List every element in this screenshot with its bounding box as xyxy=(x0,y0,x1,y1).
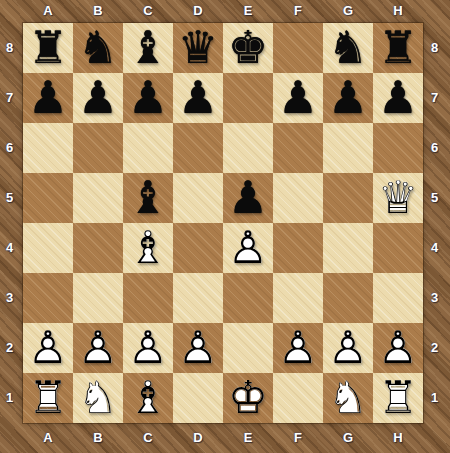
square-c7[interactable]: ♟ xyxy=(123,73,173,123)
file-label-top-d: D xyxy=(173,3,223,18)
square-g7[interactable]: ♟ xyxy=(323,73,373,123)
white-bishop-outline: ♗ xyxy=(123,373,173,423)
square-h1[interactable]: ♜♖ xyxy=(373,373,423,423)
rank-label-right-7: 7 xyxy=(424,73,445,123)
white-pawn-g2[interactable]: ♟♙ xyxy=(323,323,373,373)
file-label-bottom-e: E xyxy=(223,430,273,445)
white-rook-h1[interactable]: ♜♖ xyxy=(373,373,423,423)
square-a5[interactable] xyxy=(23,173,73,223)
square-g6[interactable] xyxy=(323,123,373,173)
white-king-e1[interactable]: ♚♔ xyxy=(223,373,273,423)
square-c8[interactable]: ♝ xyxy=(123,23,173,73)
square-b1[interactable]: ♞♘ xyxy=(73,373,123,423)
black-pawn-glyph: ♟ xyxy=(273,73,323,123)
square-a2[interactable]: ♟♙ xyxy=(23,323,73,373)
square-h5[interactable]: ♛♕ xyxy=(373,173,423,223)
square-h3[interactable] xyxy=(373,273,423,323)
file-label-top-g: G xyxy=(323,3,373,18)
black-pawn-h7[interactable]: ♟ xyxy=(373,73,423,123)
square-e3[interactable] xyxy=(223,273,273,323)
rank-label-left-7: 7 xyxy=(0,73,19,123)
square-d6[interactable] xyxy=(173,123,223,173)
white-knight-outline: ♘ xyxy=(73,373,123,423)
black-knight-glyph: ♞ xyxy=(73,23,123,73)
square-f2[interactable]: ♟♙ xyxy=(273,323,323,373)
file-label-bottom-b: B xyxy=(73,430,123,445)
black-knight-glyph: ♞ xyxy=(323,23,373,73)
white-pawn-a2[interactable]: ♟♙ xyxy=(23,323,73,373)
white-knight-g1[interactable]: ♞♘ xyxy=(323,373,373,423)
rank-label-left-2: 2 xyxy=(0,323,19,373)
white-bishop-outline: ♗ xyxy=(123,223,173,273)
black-knight-b8[interactable]: ♞ xyxy=(73,23,123,73)
white-knight-outline: ♘ xyxy=(323,373,373,423)
square-e8[interactable]: ♚ xyxy=(223,23,273,73)
square-f7[interactable]: ♟ xyxy=(273,73,323,123)
file-label-top-e: E xyxy=(223,3,273,18)
black-pawn-glyph: ♟ xyxy=(373,73,423,123)
black-bishop-glyph: ♝ xyxy=(123,23,173,73)
rank-label-right-1: 1 xyxy=(424,373,445,423)
black-pawn-glyph: ♟ xyxy=(323,73,373,123)
file-label-top-c: C xyxy=(123,3,173,18)
square-f6[interactable] xyxy=(273,123,323,173)
black-king-e8[interactable]: ♚ xyxy=(223,23,273,73)
rank-label-left-1: 1 xyxy=(0,373,19,423)
square-g5[interactable] xyxy=(323,173,373,223)
square-d3[interactable] xyxy=(173,273,223,323)
black-pawn-a7[interactable]: ♟ xyxy=(23,73,73,123)
file-label-top-f: F xyxy=(273,3,323,18)
rank-label-left-6: 6 xyxy=(0,123,19,173)
white-pawn-outline: ♙ xyxy=(23,323,73,373)
rank-label-right-3: 3 xyxy=(424,273,445,323)
rank-label-right-6: 6 xyxy=(424,123,445,173)
black-pawn-g7[interactable]: ♟ xyxy=(323,73,373,123)
white-pawn-c2[interactable]: ♟♙ xyxy=(123,323,173,373)
white-rook-a1[interactable]: ♜♖ xyxy=(23,373,73,423)
white-pawn-b2[interactable]: ♟♙ xyxy=(73,323,123,373)
square-a1[interactable]: ♜♖ xyxy=(23,373,73,423)
white-bishop-c4[interactable]: ♝♗ xyxy=(123,223,173,273)
square-d1[interactable] xyxy=(173,373,223,423)
square-c6[interactable] xyxy=(123,123,173,173)
square-h8[interactable]: ♜ xyxy=(373,23,423,73)
square-e7[interactable] xyxy=(223,73,273,123)
square-e6[interactable] xyxy=(223,123,273,173)
square-a4[interactable] xyxy=(23,223,73,273)
black-pawn-b7[interactable]: ♟ xyxy=(73,73,123,123)
square-h2[interactable]: ♟♙ xyxy=(373,323,423,373)
file-label-top-h: H xyxy=(373,3,423,18)
square-g3[interactable] xyxy=(323,273,373,323)
black-bishop-c5[interactable]: ♝ xyxy=(123,173,173,223)
file-label-bottom-a: A xyxy=(23,430,73,445)
rank-label-right-2: 2 xyxy=(424,323,445,373)
black-pawn-glyph: ♟ xyxy=(173,73,223,123)
square-g2[interactable]: ♟♙ xyxy=(323,323,373,373)
black-pawn-d7[interactable]: ♟ xyxy=(173,73,223,123)
square-b6[interactable] xyxy=(73,123,123,173)
file-label-bottom-d: D xyxy=(173,430,223,445)
chess-board: ♜♞♝♛♚♞♜♟♟♟♟♟♟♟♝♟♛♕♝♗♟♙♟♙♟♙♟♙♟♙♟♙♟♙♟♙♜♖♞♘… xyxy=(23,23,423,423)
file-label-bottom-f: F xyxy=(273,430,323,445)
chess-app: { "game": "chess", "position": { "fen": … xyxy=(0,0,450,453)
square-f3[interactable] xyxy=(273,273,323,323)
black-bishop-glyph: ♝ xyxy=(123,173,173,223)
white-rook-outline: ♖ xyxy=(373,373,423,423)
rank-label-left-3: 3 xyxy=(0,273,19,323)
black-pawn-glyph: ♟ xyxy=(23,73,73,123)
square-b3[interactable] xyxy=(73,273,123,323)
square-e1[interactable]: ♚♔ xyxy=(223,373,273,423)
white-pawn-d2[interactable]: ♟♙ xyxy=(173,323,223,373)
rank-label-left-8: 8 xyxy=(0,23,19,73)
square-c2[interactable]: ♟♙ xyxy=(123,323,173,373)
square-c4[interactable]: ♝♗ xyxy=(123,223,173,273)
white-pawn-outline: ♙ xyxy=(173,323,223,373)
white-pawn-outline: ♙ xyxy=(73,323,123,373)
black-rook-glyph: ♜ xyxy=(373,23,423,73)
square-e4[interactable]: ♟♙ xyxy=(223,223,273,273)
square-a8[interactable]: ♜ xyxy=(23,23,73,73)
square-d5[interactable] xyxy=(173,173,223,223)
white-queen-outline: ♕ xyxy=(373,173,423,223)
rank-label-left-4: 4 xyxy=(0,223,19,273)
square-f1[interactable] xyxy=(273,373,323,423)
file-label-top-a: A xyxy=(23,3,73,18)
file-label-bottom-h: H xyxy=(373,430,423,445)
white-pawn-outline: ♙ xyxy=(273,323,323,373)
white-pawn-h2[interactable]: ♟♙ xyxy=(373,323,423,373)
rank-label-left-5: 5 xyxy=(0,173,19,223)
black-pawn-glyph: ♟ xyxy=(73,73,123,123)
white-pawn-e4[interactable]: ♟♙ xyxy=(223,223,273,273)
square-b8[interactable]: ♞ xyxy=(73,23,123,73)
square-d2[interactable]: ♟♙ xyxy=(173,323,223,373)
white-pawn-f2[interactable]: ♟♙ xyxy=(273,323,323,373)
file-label-bottom-c: C xyxy=(123,430,173,445)
rank-label-right-8: 8 xyxy=(424,23,445,73)
white-king-outline: ♔ xyxy=(223,373,273,423)
square-e2[interactable] xyxy=(223,323,273,373)
black-rook-glyph: ♜ xyxy=(23,23,73,73)
black-rook-h8[interactable]: ♜ xyxy=(373,23,423,73)
white-knight-b1[interactable]: ♞♘ xyxy=(73,373,123,423)
square-h4[interactable] xyxy=(373,223,423,273)
rank-label-right-5: 5 xyxy=(424,173,445,223)
black-pawn-f7[interactable]: ♟ xyxy=(273,73,323,123)
square-c3[interactable] xyxy=(123,273,173,323)
rank-label-right-4: 4 xyxy=(424,223,445,273)
square-f5[interactable] xyxy=(273,173,323,223)
square-g8[interactable]: ♞ xyxy=(323,23,373,73)
white-pawn-outline: ♙ xyxy=(123,323,173,373)
square-d8[interactable]: ♛ xyxy=(173,23,223,73)
black-pawn-c7[interactable]: ♟ xyxy=(123,73,173,123)
white-pawn-outline: ♙ xyxy=(223,223,273,273)
black-queen-d8[interactable]: ♛ xyxy=(173,23,223,73)
black-knight-g8[interactable]: ♞ xyxy=(323,23,373,73)
square-b7[interactable]: ♟ xyxy=(73,73,123,123)
black-rook-a8[interactable]: ♜ xyxy=(23,23,73,73)
square-a3[interactable] xyxy=(23,273,73,323)
square-h6[interactable] xyxy=(373,123,423,173)
square-h7[interactable]: ♟ xyxy=(373,73,423,123)
square-a7[interactable]: ♟ xyxy=(23,73,73,123)
square-e5[interactable]: ♟ xyxy=(223,173,273,223)
square-f4[interactable] xyxy=(273,223,323,273)
square-d7[interactable]: ♟ xyxy=(173,73,223,123)
square-a6[interactable] xyxy=(23,123,73,173)
black-king-glyph: ♚ xyxy=(223,23,273,73)
square-c1[interactable]: ♝♗ xyxy=(123,373,173,423)
square-c5[interactable]: ♝ xyxy=(123,173,173,223)
square-g1[interactable]: ♞♘ xyxy=(323,373,373,423)
square-f8[interactable] xyxy=(273,23,323,73)
file-label-bottom-g: G xyxy=(323,430,373,445)
black-pawn-glyph: ♟ xyxy=(123,73,173,123)
file-label-top-b: B xyxy=(73,3,123,18)
square-b2[interactable]: ♟♙ xyxy=(73,323,123,373)
square-b4[interactable] xyxy=(73,223,123,273)
black-bishop-c8[interactable]: ♝ xyxy=(123,23,173,73)
black-pawn-glyph: ♟ xyxy=(223,173,273,223)
square-g4[interactable] xyxy=(323,223,373,273)
white-pawn-outline: ♙ xyxy=(323,323,373,373)
black-pawn-e5[interactable]: ♟ xyxy=(223,173,273,223)
white-queen-h5[interactable]: ♛♕ xyxy=(373,173,423,223)
white-pawn-outline: ♙ xyxy=(373,323,423,373)
white-bishop-c1[interactable]: ♝♗ xyxy=(123,373,173,423)
square-b5[interactable] xyxy=(73,173,123,223)
white-rook-outline: ♖ xyxy=(23,373,73,423)
black-queen-glyph: ♛ xyxy=(173,23,223,73)
square-d4[interactable] xyxy=(173,223,223,273)
